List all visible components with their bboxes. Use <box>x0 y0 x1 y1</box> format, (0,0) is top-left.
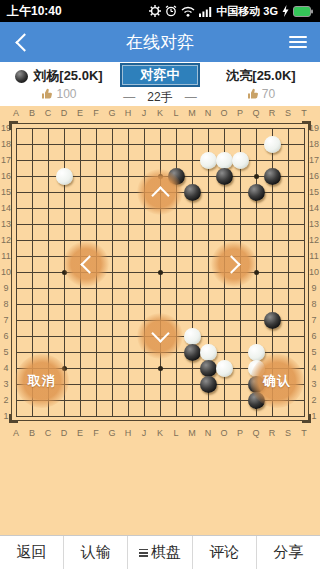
board-cell-N4[interactable] <box>200 360 216 376</box>
board-cell-C16[interactable] <box>40 168 56 184</box>
board-cell-B12[interactable] <box>24 232 40 248</box>
board-cell-M9[interactable] <box>184 280 200 296</box>
board-cell-M6[interactable] <box>184 328 200 344</box>
board-cell-N9[interactable] <box>200 280 216 296</box>
board-cell-G19[interactable] <box>104 120 120 136</box>
board-cell-K3[interactable] <box>152 376 168 392</box>
board-cell-J9[interactable] <box>136 280 152 296</box>
confirm-move-button[interactable]: 确认 <box>250 354 304 408</box>
board-cell-C10[interactable] <box>40 264 56 280</box>
board-cell-H9[interactable] <box>120 280 136 296</box>
board-cell-M2[interactable] <box>184 392 200 408</box>
board-cell-D5[interactable] <box>56 344 72 360</box>
board-cell-F14[interactable] <box>88 200 104 216</box>
board-cell-P16[interactable] <box>232 168 248 184</box>
board-cell-P8[interactable] <box>232 296 248 312</box>
board-cell-F17[interactable] <box>88 152 104 168</box>
board-cell-D1[interactable] <box>56 408 72 424</box>
board-cell-P5[interactable] <box>232 344 248 360</box>
board-cell-T7[interactable] <box>296 312 312 328</box>
board-cell-T13[interactable] <box>296 216 312 232</box>
board-cell-S7[interactable] <box>280 312 296 328</box>
board-cell-T15[interactable] <box>296 184 312 200</box>
board-cell-N16[interactable] <box>200 168 216 184</box>
board-cell-N19[interactable] <box>200 120 216 136</box>
board-cell-E16[interactable] <box>72 168 88 184</box>
board-cell-N18[interactable] <box>200 136 216 152</box>
board-cell-H12[interactable] <box>120 232 136 248</box>
board-cell-E6[interactable] <box>72 328 88 344</box>
board-cell-K1[interactable] <box>152 408 168 424</box>
board-cell-H10[interactable] <box>120 264 136 280</box>
board-cell-C11[interactable] <box>40 248 56 264</box>
board-cell-E1[interactable] <box>72 408 88 424</box>
board-cell-S1[interactable] <box>280 408 296 424</box>
board-cell-S8[interactable] <box>280 296 296 312</box>
board-cell-L4[interactable] <box>168 360 184 376</box>
board-cell-H2[interactable] <box>120 392 136 408</box>
board-cell-O7[interactable] <box>216 312 232 328</box>
board-cell-N6[interactable] <box>200 328 216 344</box>
arrow-down-button[interactable] <box>137 313 183 359</box>
board-cell-C6[interactable] <box>40 328 56 344</box>
board-cell-D12[interactable] <box>56 232 72 248</box>
board-cell-M5[interactable] <box>184 344 200 360</box>
board-cell-P7[interactable] <box>232 312 248 328</box>
board-cell-T17[interactable] <box>296 152 312 168</box>
board-cell-O2[interactable] <box>216 392 232 408</box>
board-cell-L17[interactable] <box>168 152 184 168</box>
board-cell-T16[interactable] <box>296 168 312 184</box>
board-cell-H3[interactable] <box>120 376 136 392</box>
board-cell-H13[interactable] <box>120 216 136 232</box>
board-cell-S6[interactable] <box>280 328 296 344</box>
board-cell-L18[interactable] <box>168 136 184 152</box>
board-cell-R14[interactable] <box>264 200 280 216</box>
board-cell-T12[interactable] <box>296 232 312 248</box>
board-cell-H15[interactable] <box>120 184 136 200</box>
board-cell-B19[interactable] <box>24 120 40 136</box>
board-cell-T1[interactable] <box>296 408 312 424</box>
board-cell-G16[interactable] <box>104 168 120 184</box>
board-cell-E2[interactable] <box>72 392 88 408</box>
board-cell-M18[interactable] <box>184 136 200 152</box>
board-cell-F13[interactable] <box>88 216 104 232</box>
board-cell-E19[interactable] <box>72 120 88 136</box>
board-cell-P14[interactable] <box>232 200 248 216</box>
board-cell-F16[interactable] <box>88 168 104 184</box>
board-cell-S18[interactable] <box>280 136 296 152</box>
board-cell-E15[interactable] <box>72 184 88 200</box>
board-cell-O13[interactable] <box>216 216 232 232</box>
board-cell-C18[interactable] <box>40 136 56 152</box>
board-cell-D8[interactable] <box>56 296 72 312</box>
board-cell-F3[interactable] <box>88 376 104 392</box>
board-cell-H5[interactable] <box>120 344 136 360</box>
board-cell-N7[interactable] <box>200 312 216 328</box>
board-cell-M19[interactable] <box>184 120 200 136</box>
board-cell-J8[interactable] <box>136 296 152 312</box>
board-cell-H7[interactable] <box>120 312 136 328</box>
board-cell-C15[interactable] <box>40 184 56 200</box>
board-cell-K4[interactable] <box>152 360 168 376</box>
board-cell-S11[interactable] <box>280 248 296 264</box>
board-cell-K11[interactable] <box>152 248 168 264</box>
board-cell-Q1[interactable] <box>248 408 264 424</box>
board-cell-R10[interactable] <box>264 264 280 280</box>
board-cell-O8[interactable] <box>216 296 232 312</box>
board-cell-C14[interactable] <box>40 200 56 216</box>
board-cell-G15[interactable] <box>104 184 120 200</box>
board-cell-P3[interactable] <box>232 376 248 392</box>
board-cell-Q13[interactable] <box>248 216 264 232</box>
board-cell-N15[interactable] <box>200 184 216 200</box>
board-cell-Q18[interactable] <box>248 136 264 152</box>
board-cell-D9[interactable] <box>56 280 72 296</box>
board-cell-E8[interactable] <box>72 296 88 312</box>
board-cell-K13[interactable] <box>152 216 168 232</box>
board-cell-G13[interactable] <box>104 216 120 232</box>
board-cell-K2[interactable] <box>152 392 168 408</box>
board-cell-B8[interactable] <box>24 296 40 312</box>
board-cell-O18[interactable] <box>216 136 232 152</box>
board-cell-P13[interactable] <box>232 216 248 232</box>
board-cell-S13[interactable] <box>280 216 296 232</box>
board-cell-R13[interactable] <box>264 216 280 232</box>
board-cell-B10[interactable] <box>24 264 40 280</box>
board-cell-O14[interactable] <box>216 200 232 216</box>
board-cell-L19[interactable] <box>168 120 184 136</box>
board-cell-P6[interactable] <box>232 328 248 344</box>
board-cell-Q12[interactable] <box>248 232 264 248</box>
board-cell-S17[interactable] <box>280 152 296 168</box>
board-cell-C9[interactable] <box>40 280 56 296</box>
board-cell-B6[interactable] <box>24 328 40 344</box>
board-cell-A15[interactable] <box>8 184 24 200</box>
board-cell-T19[interactable] <box>296 120 312 136</box>
board-cell-N17[interactable] <box>200 152 216 168</box>
board-cell-H14[interactable] <box>120 200 136 216</box>
board-cell-H18[interactable] <box>120 136 136 152</box>
board-cell-K8[interactable] <box>152 296 168 312</box>
board-cell-Q7[interactable] <box>248 312 264 328</box>
board-cell-F19[interactable] <box>88 120 104 136</box>
board-cell-B11[interactable] <box>24 248 40 264</box>
cancel-move-button[interactable]: 取消 <box>15 354 69 408</box>
board-cell-N2[interactable] <box>200 392 216 408</box>
board-cell-A14[interactable] <box>8 200 24 216</box>
board-cell-M13[interactable] <box>184 216 200 232</box>
board-cell-R19[interactable] <box>264 120 280 136</box>
board-cell-N3[interactable] <box>200 376 216 392</box>
board-cell-J4[interactable] <box>136 360 152 376</box>
board-cell-B7[interactable] <box>24 312 40 328</box>
board-cell-M17[interactable] <box>184 152 200 168</box>
nav-comment-button[interactable]: 评论 <box>192 536 256 569</box>
board-cell-F2[interactable] <box>88 392 104 408</box>
menu-button[interactable] <box>276 22 320 62</box>
board-cell-C19[interactable] <box>40 120 56 136</box>
nav-return-button[interactable]: 返回 <box>0 536 63 569</box>
board-cell-S14[interactable] <box>280 200 296 216</box>
board-cell-M15[interactable] <box>184 184 200 200</box>
board-cell-G4[interactable] <box>104 360 120 376</box>
board-cell-A7[interactable] <box>8 312 24 328</box>
board-cell-D18[interactable] <box>56 136 72 152</box>
board-cell-F7[interactable] <box>88 312 104 328</box>
board-cell-P15[interactable] <box>232 184 248 200</box>
board-cell-O15[interactable] <box>216 184 232 200</box>
board-cell-A16[interactable] <box>8 168 24 184</box>
board-cell-C17[interactable] <box>40 152 56 168</box>
board-cell-C8[interactable] <box>40 296 56 312</box>
board-cell-E17[interactable] <box>72 152 88 168</box>
board-cell-F6[interactable] <box>88 328 104 344</box>
board-cell-P19[interactable] <box>232 120 248 136</box>
board-cell-S19[interactable] <box>280 120 296 136</box>
board-cell-G18[interactable] <box>104 136 120 152</box>
board-cell-M1[interactable] <box>184 408 200 424</box>
board-cell-J19[interactable] <box>136 120 152 136</box>
board-cell-S16[interactable] <box>280 168 296 184</box>
board-cell-C7[interactable] <box>40 312 56 328</box>
board-cell-S10[interactable] <box>280 264 296 280</box>
board-cell-K18[interactable] <box>152 136 168 152</box>
board-cell-R1[interactable] <box>264 408 280 424</box>
board-cell-F1[interactable] <box>88 408 104 424</box>
board-cell-K19[interactable] <box>152 120 168 136</box>
board-cell-H6[interactable] <box>120 328 136 344</box>
board-cell-S9[interactable] <box>280 280 296 296</box>
board-cell-S12[interactable] <box>280 232 296 248</box>
board-cell-A5[interactable] <box>8 344 24 360</box>
arrow-left-button[interactable] <box>63 241 109 287</box>
board-cell-J2[interactable] <box>136 392 152 408</box>
board-cell-L8[interactable] <box>168 296 184 312</box>
board-cell-Q6[interactable] <box>248 328 264 344</box>
board-cell-R12[interactable] <box>264 232 280 248</box>
board-cell-N12[interactable] <box>200 232 216 248</box>
board-cell-R16[interactable] <box>264 168 280 184</box>
board-cell-G1[interactable] <box>104 408 120 424</box>
board-cell-D6[interactable] <box>56 328 72 344</box>
board-cell-G7[interactable] <box>104 312 120 328</box>
arrow-right-button[interactable] <box>211 241 257 287</box>
board-cell-Q9[interactable] <box>248 280 264 296</box>
board-cell-R11[interactable] <box>264 248 280 264</box>
arrow-up-button[interactable] <box>137 169 183 215</box>
board-cell-O6[interactable] <box>216 328 232 344</box>
game-status-button[interactable]: 对弈中 <box>120 63 200 87</box>
board-cell-B18[interactable] <box>24 136 40 152</box>
board-cell-T8[interactable] <box>296 296 312 312</box>
board-cell-L13[interactable] <box>168 216 184 232</box>
board-cell-L2[interactable] <box>168 392 184 408</box>
board-cell-E13[interactable] <box>72 216 88 232</box>
board-cell-M4[interactable] <box>184 360 200 376</box>
board-cell-K17[interactable] <box>152 152 168 168</box>
board-cell-H4[interactable] <box>120 360 136 376</box>
board-cell-J1[interactable] <box>136 408 152 424</box>
board-cell-A1[interactable] <box>8 408 24 424</box>
board-cell-R18[interactable] <box>264 136 280 152</box>
board-cell-F5[interactable] <box>88 344 104 360</box>
board-cell-G5[interactable] <box>104 344 120 360</box>
board-cell-D14[interactable] <box>56 200 72 216</box>
board-cell-R15[interactable] <box>264 184 280 200</box>
board-cell-N14[interactable] <box>200 200 216 216</box>
board-cell-O19[interactable] <box>216 120 232 136</box>
board-cell-R17[interactable] <box>264 152 280 168</box>
board-cell-G14[interactable] <box>104 200 120 216</box>
board-cell-P18[interactable] <box>232 136 248 152</box>
board-cell-R9[interactable] <box>264 280 280 296</box>
board-cell-A17[interactable] <box>8 152 24 168</box>
board-cell-T6[interactable] <box>296 328 312 344</box>
board-cell-T18[interactable] <box>296 136 312 152</box>
board-cell-M3[interactable] <box>184 376 200 392</box>
nav-share-button[interactable]: 分享 <box>256 536 320 569</box>
board-cell-D15[interactable] <box>56 184 72 200</box>
board-cell-R6[interactable] <box>264 328 280 344</box>
board-cell-H11[interactable] <box>120 248 136 264</box>
board-cell-N1[interactable] <box>200 408 216 424</box>
board-cell-E4[interactable] <box>72 360 88 376</box>
board-cell-H19[interactable] <box>120 120 136 136</box>
board-cell-A6[interactable] <box>8 328 24 344</box>
board-cell-S15[interactable] <box>280 184 296 200</box>
board-cell-O16[interactable] <box>216 168 232 184</box>
board-cell-J10[interactable] <box>136 264 152 280</box>
board-cell-J18[interactable] <box>136 136 152 152</box>
board-cell-F8[interactable] <box>88 296 104 312</box>
board-cell-O5[interactable] <box>216 344 232 360</box>
board-cell-B14[interactable] <box>24 200 40 216</box>
board-cell-C12[interactable] <box>40 232 56 248</box>
board-cell-T14[interactable] <box>296 200 312 216</box>
board-cell-E7[interactable] <box>72 312 88 328</box>
board-cell-G2[interactable] <box>104 392 120 408</box>
board-cell-B17[interactable] <box>24 152 40 168</box>
board-cell-A8[interactable] <box>8 296 24 312</box>
board-cell-D19[interactable] <box>56 120 72 136</box>
board-cell-N8[interactable] <box>200 296 216 312</box>
board-cell-M12[interactable] <box>184 232 200 248</box>
board-cell-K12[interactable] <box>152 232 168 248</box>
board-cell-J3[interactable] <box>136 376 152 392</box>
board-cell-A19[interactable] <box>8 120 24 136</box>
board-cell-Q19[interactable] <box>248 120 264 136</box>
board-cell-Q15[interactable] <box>248 184 264 200</box>
board-cell-P4[interactable] <box>232 360 248 376</box>
board-cell-F4[interactable] <box>88 360 104 376</box>
board-cell-O17[interactable] <box>216 152 232 168</box>
board-cell-J13[interactable] <box>136 216 152 232</box>
board-cell-P1[interactable] <box>232 408 248 424</box>
board-cell-M7[interactable] <box>184 312 200 328</box>
board-cell-D17[interactable] <box>56 152 72 168</box>
board-cell-P2[interactable] <box>232 392 248 408</box>
board-cell-E18[interactable] <box>72 136 88 152</box>
board-cell-C1[interactable] <box>40 408 56 424</box>
board-cell-L10[interactable] <box>168 264 184 280</box>
board-cell-E5[interactable] <box>72 344 88 360</box>
board-cell-L11[interactable] <box>168 248 184 264</box>
board-cell-Q14[interactable] <box>248 200 264 216</box>
board-cell-M11[interactable] <box>184 248 200 264</box>
board-cell-J12[interactable] <box>136 232 152 248</box>
board-cell-G8[interactable] <box>104 296 120 312</box>
board-cell-D16[interactable] <box>56 168 72 184</box>
board-cell-A10[interactable] <box>8 264 24 280</box>
board-cell-H8[interactable] <box>120 296 136 312</box>
board-cell-M14[interactable] <box>184 200 200 216</box>
board-cell-R8[interactable] <box>264 296 280 312</box>
board-cell-F15[interactable] <box>88 184 104 200</box>
board-cell-T9[interactable] <box>296 280 312 296</box>
board-cell-K9[interactable] <box>152 280 168 296</box>
back-button[interactable] <box>0 22 44 62</box>
board-cell-O3[interactable] <box>216 376 232 392</box>
board-cell-N13[interactable] <box>200 216 216 232</box>
board-cell-L9[interactable] <box>168 280 184 296</box>
board-cell-R7[interactable] <box>264 312 280 328</box>
board-cell-D7[interactable] <box>56 312 72 328</box>
board-cell-E3[interactable] <box>72 376 88 392</box>
board-cell-F18[interactable] <box>88 136 104 152</box>
board-cell-A13[interactable] <box>8 216 24 232</box>
board-cell-A12[interactable] <box>8 232 24 248</box>
board-cell-Q8[interactable] <box>248 296 264 312</box>
board-cell-E14[interactable] <box>72 200 88 216</box>
board-cell-N5[interactable] <box>200 344 216 360</box>
board-cell-M10[interactable] <box>184 264 200 280</box>
board-cell-Q16[interactable] <box>248 168 264 184</box>
board-cell-J11[interactable] <box>136 248 152 264</box>
board-cell-B1[interactable] <box>24 408 40 424</box>
board-cell-A9[interactable] <box>8 280 24 296</box>
board-cell-L3[interactable] <box>168 376 184 392</box>
board-cell-O4[interactable] <box>216 360 232 376</box>
board-cell-H1[interactable] <box>120 408 136 424</box>
board-cell-M16[interactable] <box>184 168 200 184</box>
board-cell-G12[interactable] <box>104 232 120 248</box>
board-cell-B9[interactable] <box>24 280 40 296</box>
board-cell-L12[interactable] <box>168 232 184 248</box>
board-cell-B16[interactable] <box>24 168 40 184</box>
board-cell-O1[interactable] <box>216 408 232 424</box>
nav-resign-button[interactable]: 认输 <box>63 536 127 569</box>
board-cell-T5[interactable] <box>296 344 312 360</box>
board-cell-D13[interactable] <box>56 216 72 232</box>
nav-board-button[interactable]: 棋盘 <box>127 536 191 569</box>
board-cell-H17[interactable] <box>120 152 136 168</box>
board-cell-T10[interactable] <box>296 264 312 280</box>
board-cell-G17[interactable] <box>104 152 120 168</box>
board-cell-G9[interactable] <box>104 280 120 296</box>
board-cell-Q17[interactable] <box>248 152 264 168</box>
board-cell-P17[interactable] <box>232 152 248 168</box>
board-cell-B15[interactable] <box>24 184 40 200</box>
board-cell-G6[interactable] <box>104 328 120 344</box>
board-cell-K10[interactable] <box>152 264 168 280</box>
board-cell-J17[interactable] <box>136 152 152 168</box>
board-cell-A11[interactable] <box>8 248 24 264</box>
board-cell-T11[interactable] <box>296 248 312 264</box>
board-cell-B13[interactable] <box>24 216 40 232</box>
board-cell-M8[interactable] <box>184 296 200 312</box>
board-cell-H16[interactable] <box>120 168 136 184</box>
